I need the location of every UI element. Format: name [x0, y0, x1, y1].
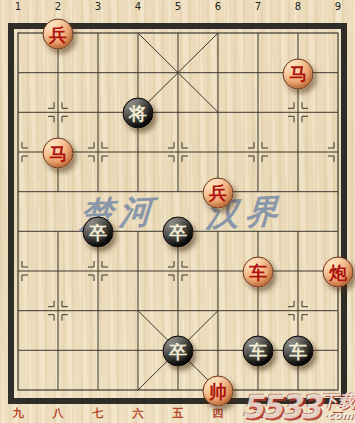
piece-black-chariot[interactable]: 车: [283, 336, 314, 367]
piece-red-horse[interactable]: 马: [43, 138, 74, 169]
piece-red-horse[interactable]: 马: [283, 58, 314, 89]
piece-black-soldier[interactable]: 卒: [163, 336, 194, 367]
piece-char: 将: [129, 104, 147, 122]
piece-red-soldier[interactable]: 兵: [203, 177, 234, 208]
piece-char: 兵: [209, 184, 227, 202]
piece-red-general[interactable]: 帅: [203, 376, 234, 407]
piece-char: 马: [49, 144, 67, 162]
piece-black-soldier[interactable]: 卒: [163, 217, 194, 248]
piece-char: 卒: [169, 342, 187, 360]
xiangqi-board: 123456789 九八七六五四三二一 楚河 汉界 兵马将马兵卒卒车炮卒车车帅 …: [0, 0, 355, 423]
piece-red-soldier[interactable]: 兵: [43, 19, 74, 50]
piece-char: 车: [249, 263, 267, 281]
piece-char: 卒: [169, 223, 187, 241]
piece-red-chariot[interactable]: 车: [243, 257, 274, 288]
piece-black-soldier[interactable]: 卒: [83, 217, 114, 248]
piece-char: 卒: [89, 223, 107, 241]
piece-char: 车: [249, 342, 267, 360]
piece-char: 车: [289, 342, 307, 360]
piece-black-general[interactable]: 将: [123, 98, 154, 129]
piece-red-cannon[interactable]: 炮: [323, 257, 354, 288]
piece-char: 炮: [329, 263, 347, 281]
piece-char: 兵: [49, 25, 67, 43]
piece-char: 帅: [209, 382, 227, 400]
piece-char: 马: [289, 65, 307, 83]
piece-black-chariot[interactable]: 车: [243, 336, 274, 367]
